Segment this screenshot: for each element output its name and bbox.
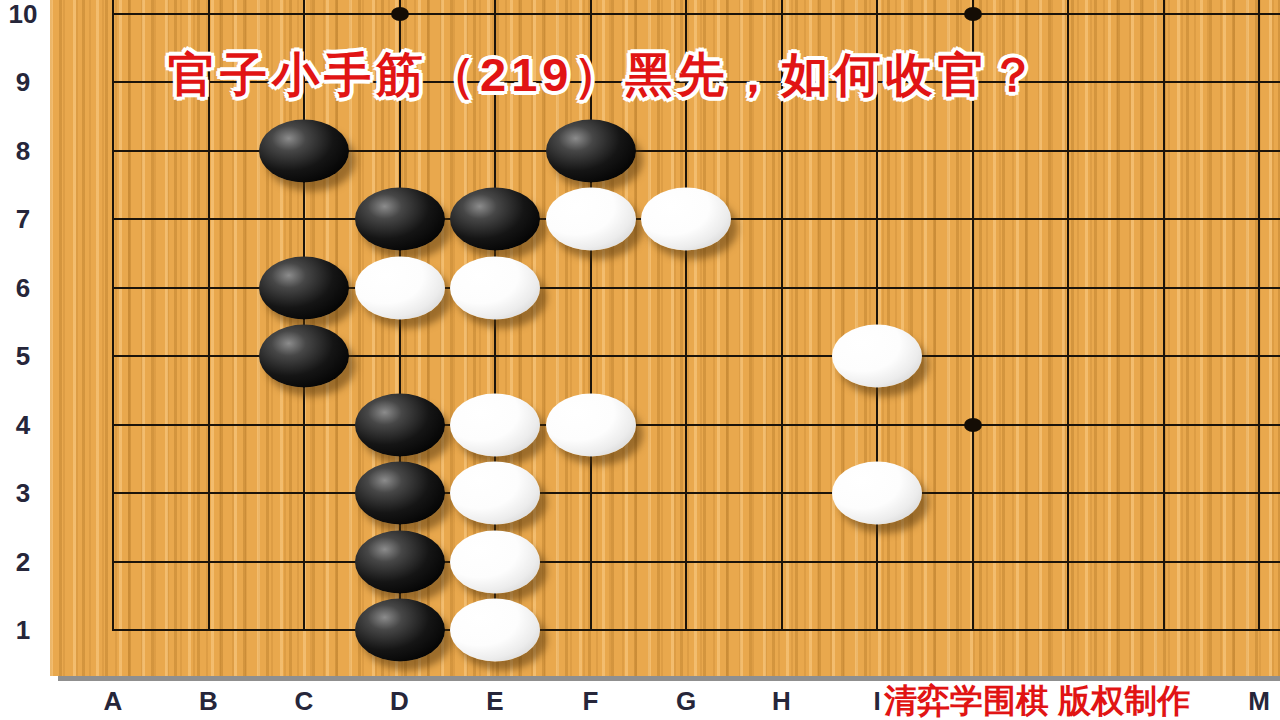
copyright-watermark: 清弈学围棋 版权制作: [884, 683, 1190, 719]
puzzle-title: 官子小手筋（219）黑先，如何收官？: [168, 44, 1041, 107]
star-point-J4: [964, 418, 982, 432]
stone-white-G7: [641, 188, 731, 251]
col-label-B: B: [199, 686, 218, 717]
row-label-7: 7: [0, 204, 46, 235]
stone-black-E7: [450, 188, 540, 251]
row-label-6: 6: [0, 272, 46, 303]
col-label-M: M: [1248, 686, 1270, 717]
col-label-I: I: [873, 686, 880, 717]
grid-line-v-L: [1163, 0, 1165, 631]
stone-black-C5: [259, 325, 349, 388]
board-shadow: [58, 676, 1280, 681]
stone-black-C8: [259, 119, 349, 182]
stone-white-E2: [450, 530, 540, 593]
row-label-10: 10: [0, 0, 46, 30]
stone-black-D2: [355, 530, 445, 593]
stone-white-F7: [546, 188, 636, 251]
grid-line-h-4: [112, 424, 1280, 426]
stone-black-F8: [546, 119, 636, 182]
row-label-4: 4: [0, 409, 46, 440]
stone-white-D6: [355, 256, 445, 319]
col-label-E: E: [486, 686, 503, 717]
grid-line-v-M: [1258, 0, 1260, 631]
row-label-9: 9: [0, 67, 46, 98]
stone-white-E6: [450, 256, 540, 319]
row-label-1: 1: [0, 614, 46, 645]
stone-white-E4: [450, 393, 540, 456]
stone-black-D1: [355, 598, 445, 661]
stone-white-E3: [450, 462, 540, 525]
star-point-D10: [391, 7, 409, 21]
row-label-8: 8: [0, 135, 46, 166]
row-label-5: 5: [0, 341, 46, 372]
grid-line-h-1: [112, 629, 1280, 631]
grid-line-h-2: [112, 561, 1280, 563]
stone-white-I3: [832, 462, 922, 525]
go-puzzle-frame: 10987654321ABCDEFGHIJKLM 官子小手筋（219）黑先，如何…: [0, 0, 1280, 720]
stone-white-F4: [546, 393, 636, 456]
stone-black-C6: [259, 256, 349, 319]
stone-white-E1: [450, 598, 540, 661]
stone-black-D3: [355, 462, 445, 525]
stone-white-I5: [832, 325, 922, 388]
grid-line-v-K: [1067, 0, 1069, 631]
grid-line-h-10: [112, 13, 1280, 15]
col-label-D: D: [390, 686, 409, 717]
col-label-H: H: [772, 686, 791, 717]
col-label-C: C: [295, 686, 314, 717]
col-label-F: F: [583, 686, 599, 717]
grid-line-h-3: [112, 492, 1280, 494]
col-label-G: G: [676, 686, 696, 717]
col-label-A: A: [104, 686, 123, 717]
row-label-2: 2: [0, 546, 46, 577]
stone-black-D7: [355, 188, 445, 251]
grid-line-v-A: [112, 0, 114, 631]
stone-black-D4: [355, 393, 445, 456]
row-label-3: 3: [0, 478, 46, 509]
star-point-J10: [964, 7, 982, 21]
